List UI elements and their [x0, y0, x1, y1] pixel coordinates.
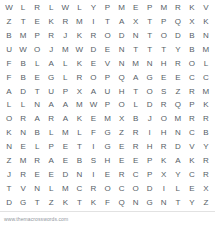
grid-cell[interactable]: L — [16, 1, 30, 15]
grid-cell[interactable]: D — [86, 43, 100, 57]
grid-cell[interactable]: A — [58, 112, 72, 126]
grid-cell[interactable]: T — [72, 140, 86, 154]
grid-cell[interactable]: L — [44, 182, 58, 196]
grid-cell[interactable]: L — [16, 99, 30, 113]
grid-cell[interactable]: B — [30, 126, 44, 140]
grid-cell[interactable]: T — [157, 43, 171, 57]
grid-cell[interactable]: P — [100, 1, 114, 15]
grid-cell[interactable]: C — [185, 71, 199, 85]
grid-cell[interactable]: R — [185, 85, 199, 99]
grid-cell[interactable]: A — [44, 99, 58, 113]
grid-cell[interactable]: O — [129, 182, 143, 196]
grid-cell[interactable]: A — [44, 154, 58, 168]
grid-cell[interactable]: R — [129, 140, 143, 154]
grid-cell[interactable]: M — [199, 43, 213, 57]
grid-cell[interactable]: K — [72, 29, 86, 43]
grid-cell[interactable]: E — [115, 154, 129, 168]
grid-cell[interactable]: W — [16, 43, 30, 57]
grid-cell[interactable]: W — [86, 99, 100, 113]
grid-cell[interactable]: I — [86, 140, 100, 154]
grid-cell[interactable]: A — [44, 57, 58, 71]
grid-cell[interactable]: T — [143, 29, 157, 43]
grid-cell[interactable]: E — [100, 43, 114, 57]
grid-cell[interactable]: G — [16, 196, 30, 210]
grid-cell[interactable]: N — [115, 57, 129, 71]
grid-cell[interactable]: X — [115, 112, 129, 126]
grid-cell[interactable]: T — [30, 85, 44, 99]
grid-cell[interactable]: X — [72, 85, 86, 99]
grid-cell[interactable]: A — [129, 71, 143, 85]
grid-cell[interactable]: V — [100, 57, 114, 71]
grid-cell[interactable]: C — [129, 168, 143, 182]
grid-cell[interactable]: L — [30, 57, 44, 71]
grid-cell[interactable]: O — [157, 112, 171, 126]
grid-cell[interactable]: N — [129, 196, 143, 210]
grid-cell[interactable]: K — [72, 57, 86, 71]
grid-cell[interactable]: S — [157, 85, 171, 99]
grid-cell[interactable]: P — [143, 168, 157, 182]
grid-cell[interactable]: E — [100, 168, 114, 182]
grid-cell[interactable]: R — [44, 29, 58, 43]
grid-cell[interactable]: R — [30, 1, 44, 15]
grid-cell[interactable]: X — [129, 15, 143, 29]
grid-cell[interactable]: L — [44, 126, 58, 140]
grid-cell[interactable]: M — [129, 57, 143, 71]
grid-cell[interactable]: P — [157, 15, 171, 29]
grid-cell[interactable]: E — [30, 15, 44, 29]
grid-cell[interactable]: C — [72, 182, 86, 196]
grid-cell[interactable]: A — [115, 15, 129, 29]
grid-cell[interactable]: L — [58, 71, 72, 85]
grid-cell[interactable]: W — [58, 1, 72, 15]
grid-cell[interactable]: S — [86, 154, 100, 168]
grid-cell[interactable]: K — [185, 1, 199, 15]
grid-cell[interactable]: T — [30, 196, 44, 210]
grid-cell[interactable]: G — [100, 126, 114, 140]
grid-cell[interactable]: R — [115, 168, 129, 182]
grid-cell[interactable]: L — [30, 140, 44, 154]
grid-cell[interactable]: M — [115, 1, 129, 15]
grid-cell[interactable]: N — [115, 43, 129, 57]
grid-cell[interactable]: O — [100, 29, 114, 43]
grid-cell[interactable]: N — [171, 126, 185, 140]
grid-cell[interactable]: M — [16, 154, 30, 168]
grid-cell[interactable]: O — [2, 112, 16, 126]
grid-cell[interactable]: F — [100, 196, 114, 210]
grid-cell[interactable]: F — [2, 57, 16, 71]
grid-cell[interactable]: R — [199, 154, 213, 168]
grid-cell[interactable]: J — [58, 29, 72, 43]
grid-cell[interactable]: T — [143, 43, 157, 57]
grid-cell[interactable]: T — [129, 85, 143, 99]
grid-cell[interactable]: I — [86, 168, 100, 182]
grid-cell[interactable]: R — [157, 140, 171, 154]
grid-cell[interactable]: R — [16, 168, 30, 182]
grid-cell[interactable]: M — [100, 112, 114, 126]
grid-cell[interactable]: M — [72, 99, 86, 113]
grid-cell[interactable]: P — [143, 1, 157, 15]
grid-cell[interactable]: O — [100, 182, 114, 196]
grid-cell[interactable]: O — [115, 99, 129, 113]
grid-cell[interactable]: H — [100, 154, 114, 168]
grid-cell[interactable]: C — [185, 168, 199, 182]
grid-cell[interactable]: V — [16, 182, 30, 196]
grid-cell[interactable]: Q — [115, 196, 129, 210]
grid-cell[interactable]: A — [2, 85, 16, 99]
grid-bottom-border — [0, 211, 215, 212]
grid-cell[interactable]: Z — [171, 85, 185, 99]
grid-cell[interactable]: E — [30, 71, 44, 85]
grid-cell[interactable]: L — [199, 57, 213, 71]
grid-cell[interactable]: L — [72, 126, 86, 140]
grid-cell[interactable]: T — [16, 15, 30, 29]
grid-cell[interactable]: G — [143, 71, 157, 85]
grid-cell[interactable]: I — [86, 15, 100, 29]
grid-cell[interactable]: P — [185, 99, 199, 113]
grid-cell[interactable]: M — [199, 85, 213, 99]
grid-cell[interactable]: K — [86, 196, 100, 210]
grid-cell[interactable]: E — [58, 140, 72, 154]
grid-cell[interactable]: F — [2, 71, 16, 85]
grid-cell[interactable]: C — [115, 182, 129, 196]
grid-cell[interactable]: D — [16, 85, 30, 99]
word-search-puzzle: WLRLWLYPMEPMRKVZTEKRMITAXTPQXKBMPRJKRODN… — [0, 0, 215, 226]
grid-cell[interactable]: U — [2, 43, 16, 57]
grid-cell[interactable]: R — [58, 15, 72, 29]
grid-cell[interactable]: T — [72, 196, 86, 210]
grid-cell[interactable]: L — [171, 182, 185, 196]
grid-cell[interactable]: D — [115, 29, 129, 43]
grid-cell[interactable]: E — [129, 1, 143, 15]
grid-cell[interactable]: T — [171, 196, 185, 210]
grid-cell[interactable]: W — [2, 1, 16, 15]
grid-cell[interactable]: D — [143, 99, 157, 113]
grid-cell[interactable]: B — [16, 71, 30, 85]
grid-cell[interactable]: Z — [44, 196, 58, 210]
grid-cell[interactable]: R — [72, 71, 86, 85]
grid-cell[interactable]: E — [171, 71, 185, 85]
grid-cell[interactable]: K — [58, 196, 72, 210]
grid-cell[interactable]: Y — [199, 140, 213, 154]
grid-cell[interactable]: B — [129, 112, 143, 126]
grid-cell[interactable]: A — [58, 99, 72, 113]
grid-cell[interactable]: E — [30, 168, 44, 182]
grid-cell[interactable]: R — [16, 112, 30, 126]
grid-cell[interactable]: D — [171, 140, 185, 154]
grid-cell[interactable]: J — [143, 112, 157, 126]
grid-cell[interactable]: R — [199, 168, 213, 182]
grid-cell[interactable]: V — [199, 1, 213, 15]
grid-cell[interactable]: O — [30, 43, 44, 57]
grid-cell[interactable]: N — [30, 99, 44, 113]
grid-cell[interactable]: T — [143, 15, 157, 29]
grid-cell[interactable]: E — [86, 57, 100, 71]
grid-cell[interactable]: V — [185, 140, 199, 154]
grid-cell[interactable]: E — [115, 140, 129, 154]
grid-cell[interactable]: N — [157, 196, 171, 210]
grid-cell[interactable]: H — [157, 126, 171, 140]
grid-cell[interactable]: R — [30, 154, 44, 168]
grid-cell[interactable]: M — [72, 15, 86, 29]
grid-cell[interactable]: Y — [185, 196, 199, 210]
grid-cell[interactable]: X — [157, 168, 171, 182]
grid-cell[interactable]: G — [143, 196, 157, 210]
grid-cell[interactable]: G — [100, 140, 114, 154]
grid-cell[interactable]: K — [199, 99, 213, 113]
grid-cell[interactable]: M — [171, 112, 185, 126]
grid-cell[interactable]: N — [143, 57, 157, 71]
grid-cell[interactable]: E — [58, 154, 72, 168]
grid-cell[interactable]: D — [2, 196, 16, 210]
grid-cell[interactable]: B — [72, 154, 86, 168]
grid-cell[interactable]: G — [44, 71, 58, 85]
grid-cell[interactable]: O — [157, 29, 171, 43]
grid-cell[interactable]: Y — [86, 1, 100, 15]
grid-cell[interactable]: R — [129, 126, 143, 140]
grid-cell[interactable]: I — [157, 182, 171, 196]
grid-cell[interactable]: Y — [171, 168, 185, 182]
grid-cell[interactable]: M — [58, 126, 72, 140]
grid-cell[interactable]: O — [185, 57, 199, 71]
grid-cell[interactable]: A — [86, 85, 100, 99]
grid-cell[interactable]: U — [44, 85, 58, 99]
grid-cell[interactable]: A — [171, 154, 185, 168]
grid-cell[interactable]: B — [16, 57, 30, 71]
grid-cell[interactable]: R — [185, 112, 199, 126]
grid-cell[interactable]: H — [143, 140, 157, 154]
grid-cell[interactable]: R — [86, 182, 100, 196]
grid-cell[interactable]: P — [143, 154, 157, 168]
grid-cell[interactable]: N — [129, 29, 143, 43]
grid-cell[interactable]: C — [199, 71, 213, 85]
grid-cell[interactable]: K — [72, 112, 86, 126]
grid-cell[interactable]: R — [171, 57, 185, 71]
grid-cell[interactable]: E — [16, 140, 30, 154]
grid-cell[interactable]: M — [16, 29, 30, 43]
grid-cell[interactable]: P — [30, 29, 44, 43]
grid-cell[interactable]: K — [44, 15, 58, 29]
grid-cell[interactable]: R — [44, 112, 58, 126]
grid-cell[interactable]: I — [143, 126, 157, 140]
grid-cell[interactable]: Q — [171, 99, 185, 113]
grid-cell[interactable]: J — [2, 168, 16, 182]
grid-cell[interactable]: F — [86, 126, 100, 140]
grid-cell[interactable]: E — [86, 112, 100, 126]
grid-cell[interactable]: R — [199, 112, 213, 126]
grid-cell[interactable]: L — [2, 99, 16, 113]
grid-cell[interactable]: O — [86, 71, 100, 85]
grid-cell[interactable]: M — [58, 43, 72, 57]
grid-cell[interactable]: M — [58, 182, 72, 196]
grid-cell[interactable]: T — [2, 182, 16, 196]
grid-cell[interactable]: W — [72, 43, 86, 57]
grid-cell[interactable]: R — [171, 1, 185, 15]
grid-cell[interactable]: L — [129, 99, 143, 113]
grid-cell[interactable]: T — [129, 43, 143, 57]
grid-cell[interactable]: J — [44, 43, 58, 57]
grid-cell[interactable]: P — [58, 85, 72, 99]
grid-cell[interactable]: M — [157, 1, 171, 15]
grid-cell[interactable]: B — [199, 126, 213, 140]
grid-cell[interactable]: N — [2, 140, 16, 154]
grid-cell[interactable]: K — [157, 154, 171, 168]
grid-cell[interactable]: Z — [2, 15, 16, 29]
grid-cell[interactable]: U — [100, 85, 114, 99]
grid-cell[interactable]: Z — [115, 126, 129, 140]
grid-cell[interactable]: H — [157, 57, 171, 71]
grid-cell[interactable]: L — [44, 1, 58, 15]
grid-cell[interactable]: L — [58, 57, 72, 71]
grid-cell[interactable]: N — [199, 29, 213, 43]
grid-cell[interactable]: E — [129, 154, 143, 168]
grid-cell[interactable]: Z — [2, 154, 16, 168]
grid-cell[interactable]: K — [2, 126, 16, 140]
grid-cell[interactable]: D — [58, 168, 72, 182]
grid-cell[interactable]: A — [30, 112, 44, 126]
grid-cell[interactable]: D — [171, 29, 185, 43]
grid-cell[interactable]: Q — [115, 71, 129, 85]
grid-cell[interactable]: N — [72, 168, 86, 182]
grid-cell[interactable]: R — [157, 99, 171, 113]
grid-cell[interactable]: D — [143, 182, 157, 196]
grid-cell[interactable]: K — [185, 154, 199, 168]
grid-cell[interactable]: B — [185, 29, 199, 43]
grid-cell[interactable]: Z — [199, 196, 213, 210]
grid-cell[interactable]: N — [30, 182, 44, 196]
grid-cell[interactable]: Y — [171, 43, 185, 57]
grid-cell[interactable]: P — [100, 71, 114, 85]
grid-cell[interactable]: E — [185, 182, 199, 196]
grid-cell[interactable]: R — [86, 29, 100, 43]
grid-cell[interactable]: P — [44, 140, 58, 154]
grid-cell[interactable]: Q — [171, 15, 185, 29]
grid-cell[interactable]: B — [185, 43, 199, 57]
grid-cell[interactable]: L — [72, 1, 86, 15]
source-url: www.themacrosswords.com — [4, 216, 68, 222]
grid-cell[interactable]: T — [100, 15, 114, 29]
grid-cell[interactable]: N — [16, 126, 30, 140]
word-search-grid: WLRLWLYPMEPMRKVZTEKRMITAXTPQXKBMPRJKRODN… — [2, 1, 213, 210]
grid-cell[interactable]: K — [199, 15, 213, 29]
grid-cell[interactable]: X — [185, 15, 199, 29]
grid-cell[interactable]: O — [143, 85, 157, 99]
grid-cell[interactable]: B — [2, 29, 16, 43]
grid-cell[interactable]: P — [100, 99, 114, 113]
grid-cell[interactable]: E — [157, 71, 171, 85]
grid-cell[interactable]: C — [185, 126, 199, 140]
grid-cell[interactable]: H — [115, 85, 129, 99]
grid-cell[interactable]: E — [44, 168, 58, 182]
grid-cell[interactable]: X — [199, 182, 213, 196]
